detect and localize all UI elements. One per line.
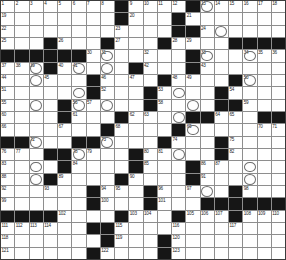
cell-r16c1[interactable]: 92 [1, 186, 14, 197]
cell-r9c1[interactable]: 55 [1, 100, 14, 111]
cell-r12c20[interactable] [272, 137, 285, 148]
cell-r5c7[interactable]: 30 [87, 50, 100, 61]
cell-r16c20[interactable] [272, 186, 285, 197]
cell-r1c13[interactable]: 12 [172, 1, 185, 12]
cell-r10c10[interactable]: 62 [129, 112, 142, 123]
cell-r1c15[interactable]: 13 [201, 1, 214, 12]
cell-r9c10[interactable] [129, 100, 142, 111]
cell-r12c11[interactable] [144, 137, 157, 148]
cell-r11c6[interactable] [72, 124, 85, 135]
cell-r7c20[interactable] [272, 75, 285, 86]
cell-r13c12[interactable]: 81 [158, 149, 171, 160]
cell-r14c17[interactable] [229, 161, 242, 172]
cell-r21c5[interactable] [58, 248, 71, 259]
cell-r19c20[interactable] [272, 223, 285, 234]
cell-r12c15[interactable] [201, 137, 214, 148]
cell-r7c9[interactable] [115, 75, 128, 86]
cell-r20c17[interactable] [229, 235, 242, 246]
cell-r19c15[interactable] [201, 223, 214, 234]
cell-r12c4[interactable] [44, 137, 57, 148]
cell-r2c3[interactable] [30, 13, 43, 24]
cell-r2c7[interactable] [87, 13, 100, 24]
cell-r14c20[interactable] [272, 161, 285, 172]
cell-r10c11[interactable]: 63 [144, 112, 157, 123]
cell-r2c20[interactable] [272, 13, 285, 24]
cell-r3c17[interactable] [229, 26, 242, 37]
cell-r7c4[interactable]: 45 [44, 75, 57, 86]
cell-r4c1[interactable]: 25 [1, 38, 14, 49]
cell-r2c1[interactable]: 19 [1, 13, 14, 24]
cell-r21c13[interactable]: 123 [172, 248, 185, 259]
cell-r2c8[interactable] [101, 13, 114, 24]
cell-r11c3[interactable] [30, 124, 43, 135]
cell-r16c9[interactable]: 95 [115, 186, 128, 197]
cell-r8c2[interactable] [15, 87, 28, 98]
cell-r6c7[interactable] [87, 63, 100, 74]
cell-r16c15[interactable] [201, 186, 214, 197]
cell-r7c8[interactable]: 46 [101, 75, 114, 86]
cell-r20c6[interactable] [72, 235, 85, 246]
cell-r13c13[interactable] [172, 149, 185, 160]
cell-r21c6[interactable] [72, 248, 85, 259]
cell-r20c18[interactable] [243, 235, 256, 246]
cell-r15c10[interactable]: 90 [129, 174, 142, 185]
cell-r7c11[interactable] [144, 75, 157, 86]
cell-r15c5[interactable]: 89 [58, 174, 71, 185]
cell-r19c5[interactable] [58, 223, 71, 234]
cell-r13c7[interactable]: 79 [87, 149, 100, 160]
cell-r16c13[interactable] [172, 186, 185, 197]
cell-r18c19[interactable]: 109 [258, 211, 271, 222]
cell-r21c20[interactable] [272, 248, 285, 259]
cell-r21c16[interactable] [215, 248, 228, 259]
cell-r13c11[interactable]: 80 [144, 149, 157, 160]
cell-r2c12[interactable] [158, 13, 171, 24]
cell-r1c11[interactable]: 10 [144, 1, 157, 12]
cell-r21c4[interactable] [44, 248, 57, 259]
cell-r18c12[interactable] [158, 211, 171, 222]
cell-r3c18[interactable] [243, 26, 256, 37]
cell-r1c12[interactable]: 11 [158, 1, 171, 12]
cell-r19c4[interactable]: 114 [44, 223, 57, 234]
cell-r8c10[interactable] [129, 87, 142, 98]
cell-r12c8[interactable]: 73 [101, 137, 114, 148]
cell-r20c19[interactable] [258, 235, 271, 246]
cell-r6c20[interactable] [272, 63, 285, 74]
cell-r15c8[interactable] [101, 174, 114, 185]
cell-r21c1[interactable]: 121 [1, 248, 14, 259]
cell-r12c13[interactable]: 74 [172, 137, 185, 148]
cell-r17c9[interactable] [115, 198, 128, 209]
cell-r9c7[interactable]: 57 [87, 100, 100, 111]
cell-r3c19[interactable] [258, 26, 271, 37]
cell-r14c9[interactable] [115, 161, 128, 172]
cell-r11c14[interactable]: 69 [186, 124, 199, 135]
cell-r6c5[interactable]: 40 [58, 63, 71, 74]
cell-r19c12[interactable] [158, 223, 171, 234]
cell-r14c4[interactable] [44, 161, 57, 172]
cell-r13c8[interactable] [101, 149, 114, 160]
cell-r1c19[interactable]: 17 [258, 1, 271, 12]
cell-r3c15[interactable]: 24 [201, 26, 214, 37]
cell-r6c12[interactable] [158, 63, 171, 74]
cell-r3c2[interactable] [15, 26, 28, 37]
cell-r1c18[interactable]: 16 [243, 1, 256, 12]
cell-r4c16[interactable] [215, 38, 228, 49]
cell-r8c1[interactable]: 51 [1, 87, 14, 98]
cell-r15c7[interactable] [87, 174, 100, 185]
cell-r7c5[interactable] [58, 75, 71, 86]
cell-r20c14[interactable] [186, 235, 199, 246]
cell-r20c1[interactable]: 118 [1, 235, 14, 246]
cell-r18c18[interactable]: 108 [243, 211, 256, 222]
cell-r4c3[interactable] [30, 38, 43, 49]
cell-r17c13[interactable] [172, 198, 185, 209]
cell-r2c15[interactable] [201, 13, 214, 24]
cell-r15c13[interactable] [172, 174, 185, 185]
cell-r11c17[interactable] [229, 124, 242, 135]
cell-r7c16[interactable] [215, 75, 228, 86]
cell-r10c1[interactable]: 60 [1, 112, 14, 123]
cell-r3c16[interactable] [215, 26, 228, 37]
cell-r6c16[interactable] [215, 63, 228, 74]
cell-r21c14[interactable] [186, 248, 199, 259]
cell-r11c11[interactable] [144, 124, 157, 135]
cell-r16c12[interactable]: 96 [158, 186, 171, 197]
cell-r16c2[interactable] [15, 186, 28, 197]
cell-r9c18[interactable]: 59 [243, 100, 256, 111]
cell-r1c5[interactable]: 5 [58, 1, 71, 12]
cell-r8c14[interactable] [186, 87, 199, 98]
cell-r2c18[interactable] [243, 13, 256, 24]
cell-r14c3[interactable] [30, 161, 43, 172]
cell-r11c9[interactable]: 68 [115, 124, 128, 135]
cell-r8c15[interactable] [201, 87, 214, 98]
cell-r11c19[interactable]: 70 [258, 124, 271, 135]
cell-r8c4[interactable] [44, 87, 57, 98]
cell-r8c20[interactable] [272, 87, 285, 98]
cell-r13c20[interactable] [272, 149, 285, 160]
cell-r9c14[interactable] [186, 100, 199, 111]
cell-r15c19[interactable] [258, 174, 271, 185]
cell-r10c2[interactable] [15, 112, 28, 123]
cell-r10c18[interactable] [243, 112, 256, 123]
cell-r16c14[interactable]: 97 [186, 186, 199, 197]
cell-r13c9[interactable] [115, 149, 128, 160]
cell-r14c12[interactable] [158, 161, 171, 172]
cell-r5c18[interactable]: 34 [243, 50, 256, 61]
cell-r1c10[interactable]: 9 [129, 1, 142, 12]
cell-r2c14[interactable]: 21 [186, 13, 199, 24]
cell-r3c5[interactable] [58, 26, 71, 37]
cell-r6c6[interactable]: 41 [72, 63, 85, 74]
cell-r9c6[interactable]: 56 [72, 100, 85, 111]
cell-r7c15[interactable] [201, 75, 214, 86]
cell-r3c10[interactable] [129, 26, 142, 37]
cell-r7c19[interactable] [258, 75, 271, 86]
cell-r5c20[interactable]: 36 [272, 50, 285, 61]
cell-r16c3[interactable] [30, 186, 43, 197]
cell-r14c6[interactable]: 84 [72, 161, 85, 172]
cell-r3c9[interactable]: 23 [115, 26, 128, 37]
cell-r19c17[interactable]: 117 [229, 223, 242, 234]
cell-r13c6[interactable]: 78 [72, 149, 85, 160]
cell-r7c1[interactable]: 44 [1, 75, 14, 86]
cell-r5c15[interactable]: 33 [201, 50, 214, 61]
cell-r8c3[interactable] [30, 87, 43, 98]
cell-r5c13[interactable] [172, 50, 185, 61]
cell-r1c20[interactable]: 18 [272, 1, 285, 12]
cell-r14c13[interactable] [172, 161, 185, 172]
cell-r13c2[interactable]: 77 [15, 149, 28, 160]
cell-r9c15[interactable] [201, 100, 214, 111]
cell-r1c16[interactable]: 14 [215, 1, 228, 12]
cell-r10c13[interactable] [172, 112, 185, 123]
cell-r4c11[interactable] [144, 38, 157, 49]
cell-r21c3[interactable] [30, 248, 43, 259]
cell-r10c17[interactable]: 65 [229, 112, 242, 123]
cell-r19c10[interactable] [129, 223, 142, 234]
cell-r18c10[interactable]: 103 [129, 211, 142, 222]
cell-r15c20[interactable] [272, 174, 285, 185]
cell-r21c19[interactable] [258, 248, 271, 259]
cell-r16c16[interactable] [215, 186, 228, 197]
cell-r6c13[interactable] [172, 63, 185, 74]
cell-r18c8[interactable] [101, 211, 114, 222]
cell-r14c15[interactable]: 86 [201, 161, 214, 172]
cell-r18c15[interactable]: 106 [201, 211, 214, 222]
cell-r12c19[interactable] [258, 137, 271, 148]
cell-r11c20[interactable]: 71 [272, 124, 285, 135]
cell-r17c4[interactable] [44, 198, 57, 209]
cell-r21c17[interactable] [229, 248, 242, 259]
cell-r20c2[interactable] [15, 235, 28, 246]
cell-r17c6[interactable] [72, 198, 85, 209]
cell-r9c12[interactable]: 58 [158, 100, 171, 111]
cell-r2c11[interactable] [144, 13, 157, 24]
cell-r3c12[interactable] [158, 26, 171, 37]
cell-r8c12[interactable]: 53 [158, 87, 171, 98]
cell-r2c6[interactable] [72, 13, 85, 24]
cell-r11c12[interactable] [158, 124, 171, 135]
cell-r3c3[interactable] [30, 26, 43, 37]
cell-r18c16[interactable]: 107 [215, 211, 228, 222]
cell-r14c16[interactable]: 87 [215, 161, 228, 172]
cell-r1c7[interactable]: 7 [87, 1, 100, 12]
cell-r20c20[interactable] [272, 235, 285, 246]
cell-r4c14[interactable]: 29 [186, 38, 199, 49]
cell-r6c19[interactable] [258, 63, 271, 74]
cell-r20c5[interactable] [58, 235, 71, 246]
cell-r13c19[interactable] [258, 149, 271, 160]
cell-r2c17[interactable] [229, 13, 242, 24]
cell-r20c9[interactable]: 119 [115, 235, 128, 246]
cell-r12c3[interactable]: 72 [30, 137, 43, 148]
cell-r18c7[interactable] [87, 211, 100, 222]
cell-r7c3[interactable] [30, 75, 43, 86]
cell-r15c17[interactable] [229, 174, 242, 185]
cell-r18c14[interactable]: 105 [186, 211, 199, 222]
cell-r19c13[interactable]: 116 [172, 223, 185, 234]
cell-r10c16[interactable]: 64 [215, 112, 228, 123]
cell-r3c11[interactable] [144, 26, 157, 37]
cell-r19c16[interactable] [215, 223, 228, 234]
cell-r11c2[interactable] [15, 124, 28, 135]
cell-r2c4[interactable] [44, 13, 57, 24]
cell-r5c9[interactable] [115, 50, 128, 61]
cell-r13c17[interactable]: 82 [229, 149, 242, 160]
cell-r16c19[interactable] [258, 186, 271, 197]
cell-r8c9[interactable] [115, 87, 128, 98]
cell-r8c8[interactable]: 52 [101, 87, 114, 98]
cell-r16c4[interactable]: 93 [44, 186, 57, 197]
cell-r9c19[interactable] [258, 100, 271, 111]
cell-r1c2[interactable]: 2 [15, 1, 28, 12]
cell-r5c12[interactable] [158, 50, 171, 61]
cell-r3c4[interactable] [44, 26, 57, 37]
cell-r19c2[interactable]: 112 [15, 223, 28, 234]
cell-r14c1[interactable]: 83 [1, 161, 14, 172]
cell-r15c12[interactable] [158, 174, 171, 185]
cell-r10c4[interactable] [44, 112, 57, 123]
cell-r13c14[interactable] [186, 149, 199, 160]
cell-r21c8[interactable]: 122 [101, 248, 114, 259]
cell-r8c17[interactable]: 54 [229, 87, 242, 98]
cell-r19c3[interactable]: 113 [30, 223, 43, 234]
cell-r12c5[interactable] [58, 137, 71, 148]
cell-r19c1[interactable]: 111 [1, 223, 14, 234]
cell-r20c4[interactable] [44, 235, 57, 246]
cell-r6c1[interactable]: 37 [1, 63, 14, 74]
cell-r16c5[interactable] [58, 186, 71, 197]
cell-r21c9[interactable] [115, 248, 128, 259]
cell-r9c4[interactable] [44, 100, 57, 111]
cell-r20c3[interactable] [30, 235, 43, 246]
cell-r6c15[interactable]: 43 [201, 63, 214, 74]
cell-r14c8[interactable] [101, 161, 114, 172]
cell-r7c2[interactable] [15, 75, 28, 86]
cell-r21c10[interactable] [129, 248, 142, 259]
cell-r12c17[interactable]: 75 [229, 137, 242, 148]
cell-r6c9[interactable] [115, 63, 128, 74]
cell-r16c8[interactable]: 94 [101, 186, 114, 197]
cell-r19c14[interactable] [186, 223, 199, 234]
cell-r5c19[interactable]: 35 [258, 50, 271, 61]
cell-r7c13[interactable]: 48 [172, 75, 185, 86]
cell-r1c4[interactable]: 4 [44, 1, 57, 12]
cell-r19c9[interactable]: 115 [115, 223, 128, 234]
cell-r15c2[interactable] [15, 174, 28, 185]
cell-r18c20[interactable]: 110 [272, 211, 285, 222]
cell-r6c3[interactable]: 39 [30, 63, 43, 74]
cell-r1c6[interactable]: 6 [72, 1, 85, 12]
cell-r21c15[interactable] [201, 248, 214, 259]
cell-r1c1[interactable]: 1 [1, 1, 14, 12]
cell-r18c5[interactable]: 102 [58, 211, 71, 222]
cell-r20c7[interactable] [87, 235, 100, 246]
cell-r20c16[interactable] [215, 235, 228, 246]
cell-r9c3[interactable] [30, 100, 43, 111]
cell-r9c2[interactable] [15, 100, 28, 111]
cell-r6c2[interactable]: 38 [15, 63, 28, 74]
cell-r14c7[interactable] [87, 161, 100, 172]
cell-r4c2[interactable] [15, 38, 28, 49]
cell-r6c17[interactable] [229, 63, 242, 74]
cell-r15c16[interactable] [215, 174, 228, 185]
cell-r19c18[interactable] [243, 223, 256, 234]
cell-r15c18[interactable] [243, 174, 256, 185]
cell-r11c4[interactable] [44, 124, 57, 135]
cell-r17c8[interactable]: 100 [101, 198, 114, 209]
cell-r4c15[interactable] [201, 38, 214, 49]
cell-r13c15[interactable] [201, 149, 214, 160]
cell-r17c5[interactable] [58, 198, 71, 209]
cell-r20c11[interactable] [144, 235, 157, 246]
cell-r9c8[interactable] [101, 100, 114, 111]
cell-r15c1[interactable]: 88 [1, 174, 14, 185]
cell-r7c18[interactable]: 50 [243, 75, 256, 86]
cell-r13c18[interactable] [243, 149, 256, 160]
cell-r3c8[interactable] [101, 26, 114, 37]
cell-r2c5[interactable] [58, 13, 71, 24]
cell-r11c16[interactable] [215, 124, 228, 135]
cell-r10c3[interactable] [30, 112, 43, 123]
cell-r21c11[interactable] [144, 248, 157, 259]
cell-r15c11[interactable] [144, 174, 157, 185]
cell-r13c1[interactable]: 76 [1, 149, 14, 160]
cell-r5c16[interactable] [215, 50, 228, 61]
cell-r5c17[interactable] [229, 50, 242, 61]
cell-r11c18[interactable] [243, 124, 256, 135]
cell-r6c11[interactable]: 42 [144, 63, 157, 74]
cell-r20c15[interactable] [201, 235, 214, 246]
cell-r8c18[interactable] [243, 87, 256, 98]
cell-r19c19[interactable] [258, 223, 271, 234]
cell-r8c5[interactable] [58, 87, 71, 98]
cell-r8c6[interactable] [72, 87, 85, 98]
cell-r17c2[interactable] [15, 198, 28, 209]
cell-r19c11[interactable] [144, 223, 157, 234]
cell-r11c1[interactable]: 66 [1, 124, 14, 135]
cell-r20c10[interactable] [129, 235, 142, 246]
cell-r20c13[interactable]: 120 [172, 235, 185, 246]
cell-r9c9[interactable] [115, 100, 128, 111]
cell-r14c19[interactable] [258, 161, 271, 172]
cell-r15c15[interactable]: 91 [201, 174, 214, 185]
cell-r12c14[interactable] [186, 137, 199, 148]
cell-r8c19[interactable] [258, 87, 271, 98]
cell-r7c6[interactable] [72, 75, 85, 86]
cell-r12c9[interactable] [115, 137, 128, 148]
cell-r2c10[interactable]: 20 [129, 13, 142, 24]
cell-r8c13[interactable] [172, 87, 185, 98]
cell-r21c2[interactable] [15, 248, 28, 259]
cell-r15c3[interactable] [30, 174, 43, 185]
cell-r12c10[interactable] [129, 137, 142, 148]
cell-r16c6[interactable] [72, 186, 85, 197]
cell-r4c13[interactable]: 28 [172, 38, 185, 49]
cell-r4c9[interactable]: 27 [115, 38, 128, 49]
cell-r17c1[interactable]: 99 [1, 198, 14, 209]
cell-r15c6[interactable] [72, 174, 85, 185]
cell-r4c10[interactable] [129, 38, 142, 49]
cell-r10c6[interactable]: 61 [72, 112, 85, 123]
cell-r14c18[interactable] [243, 161, 256, 172]
cell-r11c15[interactable] [201, 124, 214, 135]
cell-r17c14[interactable] [186, 198, 199, 209]
cell-r10c8[interactable] [101, 112, 114, 123]
cell-r21c18[interactable] [243, 248, 256, 259]
